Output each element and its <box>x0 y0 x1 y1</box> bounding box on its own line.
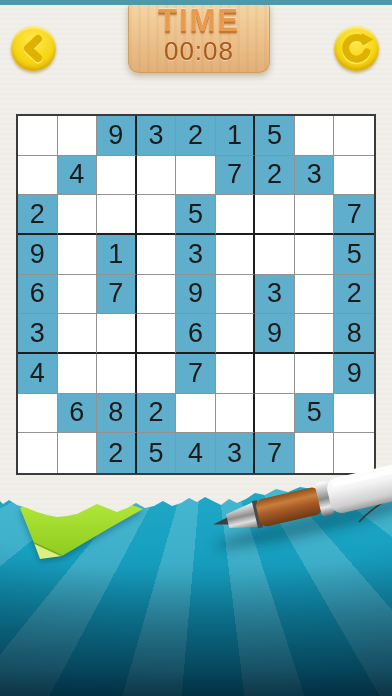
cell-r1c8[interactable] <box>295 116 335 156</box>
cell-r6c4[interactable] <box>137 314 177 354</box>
cell-r2c9[interactable] <box>334 156 374 196</box>
cell-r5c2[interactable] <box>58 275 98 315</box>
cell-r4c1[interactable]: 9 <box>18 235 58 275</box>
cell-r8c4[interactable]: 2 <box>137 394 177 434</box>
cell-r6c3[interactable] <box>97 314 137 354</box>
cell-r9c9[interactable] <box>334 433 374 473</box>
cell-r8c2[interactable]: 6 <box>58 394 98 434</box>
cell-r6c5[interactable]: 6 <box>176 314 216 354</box>
cell-r2c4[interactable] <box>137 156 177 196</box>
cell-r7c1[interactable]: 4 <box>18 354 58 394</box>
cell-r8c5[interactable] <box>176 394 216 434</box>
cell-r3c3[interactable] <box>97 195 137 235</box>
cell-r1c9[interactable] <box>334 116 374 156</box>
cell-r7c8[interactable] <box>295 354 335 394</box>
cell-r8c6[interactable] <box>216 394 256 434</box>
cell-r3c8[interactable] <box>295 195 335 235</box>
time-plaque: TIME 00:08 <box>128 3 270 73</box>
cell-r4c9[interactable]: 5 <box>334 235 374 275</box>
cell-r5c9[interactable]: 2 <box>334 275 374 315</box>
cell-r8c9[interactable] <box>334 394 374 434</box>
cell-r3c2[interactable] <box>58 195 98 235</box>
cell-r7c2[interactable] <box>58 354 98 394</box>
cell-r2c1[interactable] <box>18 156 58 196</box>
cell-r5c1[interactable]: 6 <box>18 275 58 315</box>
cell-r4c5[interactable]: 3 <box>176 235 216 275</box>
cell-r1c3[interactable]: 9 <box>97 116 137 156</box>
cell-r8c8[interactable]: 5 <box>295 394 335 434</box>
cell-r2c7[interactable]: 2 <box>255 156 295 196</box>
cell-r1c2[interactable] <box>58 116 98 156</box>
cell-r9c3[interactable]: 2 <box>97 433 137 473</box>
cell-r9c1[interactable] <box>18 433 58 473</box>
cell-r5c7[interactable]: 3 <box>255 275 295 315</box>
cell-r7c6[interactable] <box>216 354 256 394</box>
cell-r6c6[interactable] <box>216 314 256 354</box>
cell-r5c8[interactable] <box>295 275 335 315</box>
cell-r2c6[interactable]: 7 <box>216 156 256 196</box>
cell-r1c4[interactable]: 3 <box>137 116 177 156</box>
restart-button[interactable] <box>334 26 379 71</box>
cell-r5c4[interactable] <box>137 275 177 315</box>
cell-r3c5[interactable]: 5 <box>176 195 216 235</box>
cell-r8c7[interactable] <box>255 394 295 434</box>
cell-r5c5[interactable]: 9 <box>176 275 216 315</box>
cell-r2c8[interactable]: 3 <box>295 156 335 196</box>
chevron-left-icon <box>11 26 56 71</box>
sudoku-grid: 9321547232579135679323698479682525437 <box>16 114 376 475</box>
cell-r9c5[interactable]: 4 <box>176 433 216 473</box>
cell-r2c3[interactable] <box>97 156 137 196</box>
time-label: TIME <box>129 4 269 38</box>
cell-r1c5[interactable]: 2 <box>176 116 216 156</box>
timer-value: 00:08 <box>129 37 269 65</box>
paper-sheet: TIME 00:08 93215472325791356793236984796… <box>0 0 392 520</box>
cell-r3c9[interactable]: 7 <box>334 195 374 235</box>
cell-r5c6[interactable] <box>216 275 256 315</box>
back-button[interactable] <box>11 26 56 71</box>
cell-r3c4[interactable] <box>137 195 177 235</box>
cell-r9c8[interactable] <box>295 433 335 473</box>
cell-r3c7[interactable] <box>255 195 295 235</box>
cell-r7c7[interactable] <box>255 354 295 394</box>
cell-r2c5[interactable] <box>176 156 216 196</box>
cell-r9c7[interactable]: 7 <box>255 433 295 473</box>
cell-r7c4[interactable] <box>137 354 177 394</box>
cell-r3c6[interactable] <box>216 195 256 235</box>
cell-r7c9[interactable]: 9 <box>334 354 374 394</box>
cell-r8c3[interactable]: 8 <box>97 394 137 434</box>
cell-r9c6[interactable]: 3 <box>216 433 256 473</box>
refresh-icon <box>334 26 379 71</box>
cell-r6c9[interactable]: 8 <box>334 314 374 354</box>
cell-r1c1[interactable] <box>18 116 58 156</box>
cell-r2c2[interactable]: 4 <box>58 156 98 196</box>
cell-r4c3[interactable]: 1 <box>97 235 137 275</box>
cell-r6c1[interactable]: 3 <box>18 314 58 354</box>
cell-r4c7[interactable] <box>255 235 295 275</box>
cell-r1c6[interactable]: 1 <box>216 116 256 156</box>
cell-r4c8[interactable] <box>295 235 335 275</box>
cell-r6c7[interactable]: 9 <box>255 314 295 354</box>
cell-r4c6[interactable] <box>216 235 256 275</box>
cell-r4c4[interactable] <box>137 235 177 275</box>
cell-r1c7[interactable]: 5 <box>255 116 295 156</box>
cell-r6c8[interactable] <box>295 314 335 354</box>
cell-r7c5[interactable]: 7 <box>176 354 216 394</box>
cell-r4c2[interactable] <box>58 235 98 275</box>
cell-r9c2[interactable] <box>58 433 98 473</box>
cell-r6c2[interactable] <box>58 314 98 354</box>
top-bar <box>0 0 392 5</box>
cell-r7c3[interactable] <box>97 354 137 394</box>
cell-r8c1[interactable] <box>18 394 58 434</box>
cell-r3c1[interactable]: 2 <box>18 195 58 235</box>
cell-r5c3[interactable]: 7 <box>97 275 137 315</box>
cell-r9c4[interactable]: 5 <box>137 433 177 473</box>
